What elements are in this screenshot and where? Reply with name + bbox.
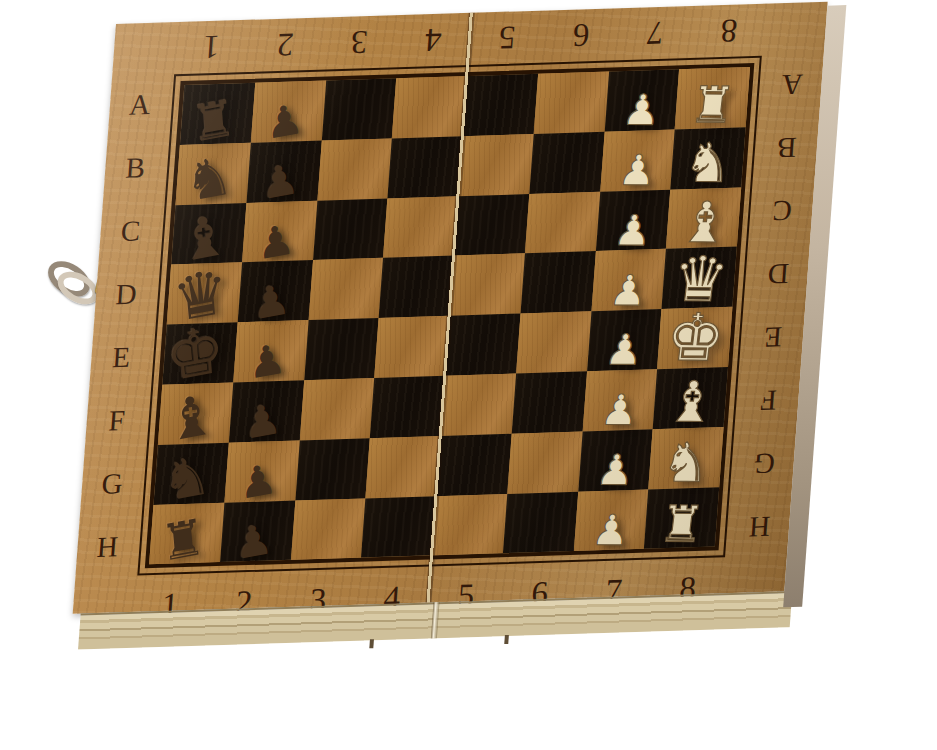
file-label-left: B (124, 151, 146, 185)
square-d7: ♟ (591, 249, 666, 311)
rank-label-top: 7 (645, 13, 664, 51)
square-f3 (299, 378, 374, 440)
square-e2: ♟ (233, 320, 308, 382)
rank-label-top: 5 (497, 18, 516, 56)
square-g4 (366, 436, 441, 498)
hinge-pin-icon (369, 639, 374, 648)
rank-label-top: 8 (719, 11, 738, 49)
square-d5 (450, 254, 525, 316)
piece-dark-pawn: ♟ (247, 340, 288, 385)
square-f7: ♟ (582, 369, 657, 431)
square-c6 (525, 191, 600, 253)
square-d4 (379, 256, 454, 318)
file-label-left: C (120, 214, 142, 248)
square-h2: ♟ (220, 500, 295, 562)
square-b2: ♟ (246, 140, 321, 202)
square-b5 (458, 134, 533, 196)
square-a5 (463, 74, 538, 136)
square-b8: ♞ (671, 127, 746, 189)
hinge-pin-icon (504, 635, 509, 644)
square-c8: ♝ (666, 187, 741, 249)
square-a6 (533, 72, 608, 134)
square-f4 (370, 376, 445, 438)
piece-dark-pawn: ♟ (255, 220, 296, 265)
piece-light-pawn: ♟ (608, 271, 650, 310)
square-a3 (321, 78, 396, 140)
square-b4 (388, 136, 463, 198)
rank-label-top: 1 (202, 27, 221, 65)
square-e3 (304, 318, 379, 380)
piece-dark-bishop: ♝ (164, 388, 218, 448)
file-label-right: G (752, 447, 775, 481)
file-label-right: E (763, 320, 783, 354)
square-g1: ♞ (153, 442, 228, 504)
square-e8: ♚ (657, 307, 732, 369)
piece-light-bishop: ♝ (676, 196, 732, 248)
file-label-right: B (776, 131, 798, 165)
square-g5 (436, 434, 511, 496)
file-label-right: D (766, 257, 789, 291)
piece-light-pawn: ♟ (612, 211, 654, 250)
file-label-left: F (107, 404, 126, 438)
file-label-left: H (96, 530, 119, 564)
file-label-left: G (100, 467, 123, 501)
board-corner (764, 2, 828, 54)
piece-light-pawn: ♟ (599, 391, 641, 430)
file-label-left: D (114, 278, 137, 312)
square-h7: ♟ (573, 489, 648, 551)
piece-light-bishop: ♝ (663, 376, 719, 428)
square-b7: ♟ (600, 129, 675, 191)
file-label-left: A (128, 88, 151, 122)
piece-light-rook: ♜ (657, 502, 707, 549)
piece-light-knight: ♞ (660, 438, 714, 488)
square-g8: ♞ (649, 427, 724, 489)
piece-dark-pawn: ♟ (238, 460, 279, 505)
square-a2: ♟ (251, 80, 326, 142)
square-e6 (516, 311, 591, 373)
square-c4 (383, 196, 458, 258)
square-h1: ♜ (149, 502, 224, 564)
square-g2: ♟ (224, 440, 299, 502)
square-b1: ♞ (176, 143, 251, 205)
square-f6 (511, 371, 586, 433)
square-c5 (454, 194, 529, 256)
square-f5 (441, 374, 516, 436)
square-h3 (291, 498, 366, 560)
square-a1: ♜ (180, 83, 255, 145)
square-h8: ♜ (644, 487, 719, 549)
square-a4 (392, 76, 467, 138)
piece-dark-rook: ♜ (189, 94, 238, 148)
fold-seam-gap (431, 602, 440, 638)
file-label-right: A (780, 67, 803, 101)
square-c7: ♟ (595, 189, 670, 251)
piece-light-pawn: ♟ (590, 511, 632, 550)
square-h6 (503, 491, 578, 553)
square-b3 (317, 138, 392, 200)
square-e4 (374, 316, 449, 378)
piece-dark-pawn: ♟ (242, 400, 283, 445)
piece-light-pawn: ♟ (594, 451, 636, 490)
square-g6 (507, 431, 582, 493)
file-label-right: C (771, 194, 793, 228)
file-label-right: F (759, 384, 778, 418)
square-f2: ♟ (229, 380, 304, 442)
rank-label-top: 4 (423, 20, 442, 58)
piece-dark-pawn: ♟ (251, 280, 292, 325)
square-f8: ♝ (653, 367, 728, 429)
piece-dark-king: ♚ (164, 319, 227, 389)
square-c3 (313, 198, 388, 260)
square-d6 (520, 251, 595, 313)
square-d2: ♟ (237, 260, 312, 322)
square-g7: ♟ (578, 429, 653, 491)
rank-label-top: 3 (349, 23, 368, 61)
piece-light-rook: ♜ (688, 82, 738, 129)
chess-board: 12345678 ABCDEFGH ♜♟♟♜♞♟♟♞♝♟♟♝♛♟♟♛♚♟♟♚♝♟… (73, 2, 828, 614)
rank-label-top: 2 (275, 25, 294, 63)
square-h4 (361, 496, 436, 558)
square-c2: ♟ (242, 200, 317, 262)
piece-dark-knight: ♞ (161, 450, 214, 508)
square-e7: ♟ (587, 309, 662, 371)
square-c1: ♝ (171, 203, 246, 265)
piece-light-king: ♚ (664, 308, 729, 369)
piece-dark-pawn: ♟ (233, 520, 274, 565)
square-b6 (529, 132, 604, 194)
square-a8: ♜ (675, 67, 750, 129)
rank-label-top: 6 (571, 16, 590, 54)
square-e1: ♚ (162, 323, 237, 385)
piece-dark-rook: ♜ (159, 514, 208, 568)
piece-dark-pawn: ♟ (260, 160, 301, 205)
product-photo-scene: 12345678 ABCDEFGH ♜♟♟♜♞♟♟♞♝♟♟♝♛♟♟♛♚♟♟♚♝♟… (0, 0, 937, 750)
square-e5 (445, 314, 520, 376)
piece-light-knight: ♞ (682, 138, 736, 188)
file-label-left: E (111, 341, 131, 375)
square-f1: ♝ (158, 382, 233, 444)
square-a7: ♟ (604, 69, 679, 131)
file-label-right: H (747, 510, 770, 544)
piece-dark-knight: ♞ (183, 150, 236, 208)
piece-light-pawn: ♟ (603, 331, 645, 370)
square-h5 (432, 494, 507, 556)
piece-dark-pawn: ♟ (264, 100, 305, 145)
board-corner (112, 22, 176, 74)
square-d3 (308, 258, 383, 320)
square-g3 (295, 438, 370, 500)
piece-light-pawn: ♟ (621, 91, 663, 130)
piece-light-pawn: ♟ (616, 151, 658, 190)
